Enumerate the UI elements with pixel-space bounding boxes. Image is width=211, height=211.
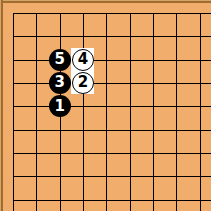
stone-black-5: 5 xyxy=(49,49,71,71)
grid-line-vertical xyxy=(13,13,14,211)
grid-line-horizontal xyxy=(13,130,211,131)
grid-line-horizontal xyxy=(13,83,211,84)
grid-line-vertical xyxy=(83,13,84,211)
grid-line-horizontal xyxy=(13,60,211,61)
board-edge-top xyxy=(0,0,211,3)
grid-line-vertical xyxy=(176,13,177,211)
grid-line-vertical xyxy=(153,13,154,211)
grid-line-horizontal xyxy=(13,153,211,154)
grid-line-horizontal xyxy=(13,200,211,201)
grid-line-vertical xyxy=(36,13,37,211)
grid-line-vertical xyxy=(200,13,201,211)
go-board: 12345 xyxy=(0,0,211,211)
stone-white-2: 2 xyxy=(72,72,94,94)
stone-white-4: 4 xyxy=(72,49,94,71)
grid-line-vertical xyxy=(130,13,131,211)
stone-black-1: 1 xyxy=(49,95,71,117)
grid-line-horizontal xyxy=(13,13,211,14)
stone-black-3: 3 xyxy=(49,72,71,94)
grid-line-vertical xyxy=(106,13,107,211)
grid-line-horizontal xyxy=(13,106,211,107)
board-edge-left xyxy=(0,0,3,211)
grid-line-horizontal xyxy=(13,176,211,177)
grid-line-horizontal xyxy=(13,36,211,37)
